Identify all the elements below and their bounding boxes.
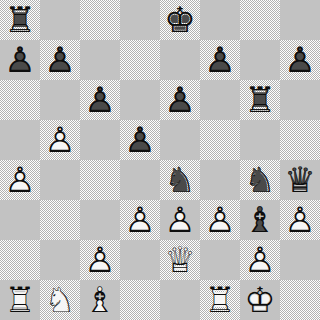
black-queen: ♛♕ bbox=[280, 160, 320, 200]
piece-outline-glyph: ♙ bbox=[40, 120, 80, 160]
square-c1[interactable]: ♝♗ bbox=[80, 280, 120, 320]
square-b1[interactable]: ♞♘ bbox=[40, 280, 80, 320]
square-b6[interactable] bbox=[40, 80, 80, 120]
square-c5[interactable] bbox=[80, 120, 120, 160]
square-a7[interactable]: ♟♙ bbox=[0, 40, 40, 80]
black-pawn: ♟♙ bbox=[0, 40, 40, 80]
square-c3[interactable] bbox=[80, 200, 120, 240]
white-pawn: ♟♙ bbox=[120, 200, 160, 240]
piece-outline-glyph: ♙ bbox=[240, 240, 280, 280]
piece-outline-glyph: ♘ bbox=[40, 280, 80, 320]
square-b7[interactable]: ♟♙ bbox=[40, 40, 80, 80]
black-pawn: ♟♙ bbox=[160, 80, 200, 120]
white-pawn: ♟♙ bbox=[80, 240, 120, 280]
square-f3[interactable]: ♟♙ bbox=[200, 200, 240, 240]
square-f8[interactable] bbox=[200, 0, 240, 40]
square-g1[interactable]: ♚♔ bbox=[240, 280, 280, 320]
white-pawn: ♟♙ bbox=[0, 160, 40, 200]
square-d3[interactable]: ♟♙ bbox=[120, 200, 160, 240]
black-rook: ♜♖ bbox=[0, 0, 40, 40]
square-g7[interactable] bbox=[240, 40, 280, 80]
piece-outline-glyph: ♖ bbox=[240, 80, 280, 120]
square-c4[interactable] bbox=[80, 160, 120, 200]
square-a3[interactable] bbox=[0, 200, 40, 240]
white-pawn: ♟♙ bbox=[40, 120, 80, 160]
piece-outline-glyph: ♙ bbox=[0, 40, 40, 80]
white-pawn: ♟♙ bbox=[240, 240, 280, 280]
square-h8[interactable] bbox=[280, 0, 320, 40]
square-c7[interactable] bbox=[80, 40, 120, 80]
white-pawn: ♟♙ bbox=[160, 200, 200, 240]
piece-outline-glyph: ♙ bbox=[200, 40, 240, 80]
square-e3[interactable]: ♟♙ bbox=[160, 200, 200, 240]
black-rook: ♜♖ bbox=[240, 80, 280, 120]
square-e8[interactable]: ♚♔ bbox=[160, 0, 200, 40]
square-d1[interactable] bbox=[120, 280, 160, 320]
piece-outline-glyph: ♕ bbox=[160, 240, 200, 280]
square-a2[interactable] bbox=[0, 240, 40, 280]
square-g3[interactable]: ♝♗ bbox=[240, 200, 280, 240]
square-b5[interactable]: ♟♙ bbox=[40, 120, 80, 160]
square-h7[interactable]: ♟♙ bbox=[280, 40, 320, 80]
square-f1[interactable]: ♜♖ bbox=[200, 280, 240, 320]
square-a1[interactable]: ♜♖ bbox=[0, 280, 40, 320]
square-e7[interactable] bbox=[160, 40, 200, 80]
square-h2[interactable] bbox=[280, 240, 320, 280]
square-c8[interactable] bbox=[80, 0, 120, 40]
square-b4[interactable] bbox=[40, 160, 80, 200]
square-d2[interactable] bbox=[120, 240, 160, 280]
piece-outline-glyph: ♙ bbox=[280, 40, 320, 80]
piece-outline-glyph: ♙ bbox=[160, 200, 200, 240]
square-g6[interactable]: ♜♖ bbox=[240, 80, 280, 120]
square-e6[interactable]: ♟♙ bbox=[160, 80, 200, 120]
square-f2[interactable] bbox=[200, 240, 240, 280]
piece-outline-glyph: ♙ bbox=[200, 200, 240, 240]
piece-outline-glyph: ♙ bbox=[280, 200, 320, 240]
square-h1[interactable] bbox=[280, 280, 320, 320]
chess-board: ♜♖♚♔♟♙♟♙♟♙♟♙♟♙♟♙♜♖♟♙♟♙♟♙♞♘♞♘♛♕♟♙♟♙♟♙♝♗♟♙… bbox=[0, 0, 320, 320]
piece-outline-glyph: ♙ bbox=[80, 80, 120, 120]
square-g8[interactable] bbox=[240, 0, 280, 40]
square-a6[interactable] bbox=[0, 80, 40, 120]
square-d8[interactable] bbox=[120, 0, 160, 40]
square-a4[interactable]: ♟♙ bbox=[0, 160, 40, 200]
square-b2[interactable] bbox=[40, 240, 80, 280]
piece-outline-glyph: ♖ bbox=[0, 0, 40, 40]
square-g5[interactable] bbox=[240, 120, 280, 160]
white-rook: ♜♖ bbox=[200, 280, 240, 320]
black-king: ♚♔ bbox=[160, 0, 200, 40]
square-d5[interactable]: ♟♙ bbox=[120, 120, 160, 160]
square-d7[interactable] bbox=[120, 40, 160, 80]
square-d6[interactable] bbox=[120, 80, 160, 120]
white-pawn: ♟♙ bbox=[280, 200, 320, 240]
white-knight: ♞♘ bbox=[40, 280, 80, 320]
square-c2[interactable]: ♟♙ bbox=[80, 240, 120, 280]
square-h6[interactable] bbox=[280, 80, 320, 120]
black-pawn: ♟♙ bbox=[280, 40, 320, 80]
piece-outline-glyph: ♗ bbox=[240, 200, 280, 240]
square-g2[interactable]: ♟♙ bbox=[240, 240, 280, 280]
piece-outline-glyph: ♙ bbox=[40, 40, 80, 80]
square-f4[interactable] bbox=[200, 160, 240, 200]
square-f5[interactable] bbox=[200, 120, 240, 160]
piece-outline-glyph: ♔ bbox=[240, 280, 280, 320]
black-pawn: ♟♙ bbox=[40, 40, 80, 80]
black-bishop: ♝♗ bbox=[240, 200, 280, 240]
piece-outline-glyph: ♘ bbox=[240, 160, 280, 200]
white-queen: ♛♕ bbox=[160, 240, 200, 280]
piece-outline-glyph: ♖ bbox=[0, 280, 40, 320]
black-pawn: ♟♙ bbox=[200, 40, 240, 80]
square-e1[interactable] bbox=[160, 280, 200, 320]
square-h4[interactable]: ♛♕ bbox=[280, 160, 320, 200]
square-h5[interactable] bbox=[280, 120, 320, 160]
square-e2[interactable]: ♛♕ bbox=[160, 240, 200, 280]
square-b3[interactable] bbox=[40, 200, 80, 240]
square-d4[interactable] bbox=[120, 160, 160, 200]
piece-outline-glyph: ♙ bbox=[160, 80, 200, 120]
white-king: ♚♔ bbox=[240, 280, 280, 320]
piece-outline-glyph: ♕ bbox=[280, 160, 320, 200]
square-a5[interactable] bbox=[0, 120, 40, 160]
white-rook: ♜♖ bbox=[0, 280, 40, 320]
square-h3[interactable]: ♟♙ bbox=[280, 200, 320, 240]
piece-outline-glyph: ♘ bbox=[160, 160, 200, 200]
square-f7[interactable]: ♟♙ bbox=[200, 40, 240, 80]
square-f6[interactable] bbox=[200, 80, 240, 120]
black-knight: ♞♘ bbox=[240, 160, 280, 200]
black-pawn: ♟♙ bbox=[80, 80, 120, 120]
square-e4[interactable]: ♞♘ bbox=[160, 160, 200, 200]
square-c6[interactable]: ♟♙ bbox=[80, 80, 120, 120]
piece-outline-glyph: ♙ bbox=[0, 160, 40, 200]
piece-outline-glyph: ♗ bbox=[80, 280, 120, 320]
black-pawn: ♟♙ bbox=[120, 120, 160, 160]
square-b8[interactable] bbox=[40, 0, 80, 40]
white-pawn: ♟♙ bbox=[200, 200, 240, 240]
piece-outline-glyph: ♖ bbox=[200, 280, 240, 320]
square-a8[interactable]: ♜♖ bbox=[0, 0, 40, 40]
black-knight: ♞♘ bbox=[160, 160, 200, 200]
piece-outline-glyph: ♔ bbox=[160, 0, 200, 40]
square-e5[interactable] bbox=[160, 120, 200, 160]
white-bishop: ♝♗ bbox=[80, 280, 120, 320]
piece-outline-glyph: ♙ bbox=[120, 200, 160, 240]
piece-outline-glyph: ♙ bbox=[80, 240, 120, 280]
square-g4[interactable]: ♞♘ bbox=[240, 160, 280, 200]
piece-outline-glyph: ♙ bbox=[120, 120, 160, 160]
